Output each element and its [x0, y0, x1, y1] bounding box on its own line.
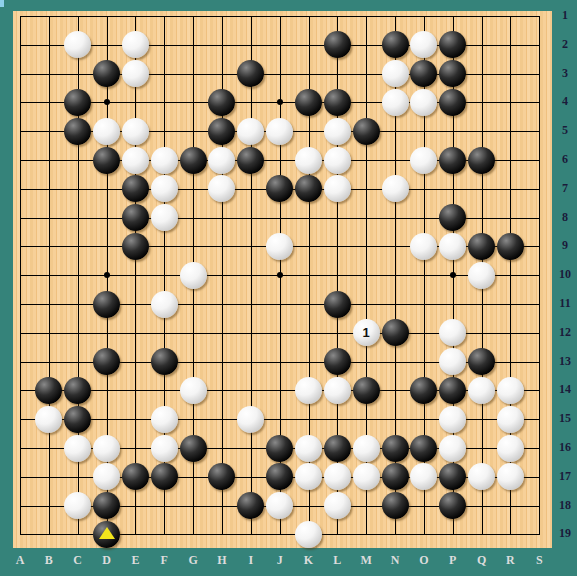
white-stone — [439, 406, 466, 433]
white-stone — [324, 463, 351, 490]
black-stone — [93, 147, 120, 174]
white-stone — [439, 348, 466, 375]
white-stone — [324, 147, 351, 174]
white-stone — [266, 118, 293, 145]
white-stone — [410, 233, 437, 260]
black-stone — [151, 463, 178, 490]
row-label-2: 2 — [553, 37, 577, 52]
column-label-B: B — [38, 553, 60, 568]
white-stone — [382, 175, 409, 202]
white-stone — [382, 89, 409, 116]
black-stone — [439, 60, 466, 87]
white-stone — [410, 463, 437, 490]
black-stone — [64, 406, 91, 433]
white-stone — [151, 175, 178, 202]
row-label-12: 12 — [553, 325, 577, 340]
black-stone — [237, 492, 264, 519]
black-stone — [497, 233, 524, 260]
column-label-C: C — [67, 553, 89, 568]
row-label-1: 1 — [553, 8, 577, 23]
black-stone — [64, 377, 91, 404]
row-label-16: 16 — [553, 440, 577, 455]
white-stone — [122, 118, 149, 145]
black-stone — [93, 492, 120, 519]
row-label-8: 8 — [553, 210, 577, 225]
column-label-N: N — [384, 553, 406, 568]
white-stone — [410, 89, 437, 116]
column-label-M: M — [355, 553, 377, 568]
row-label-9: 9 — [553, 238, 577, 253]
white-stone — [151, 435, 178, 462]
white-stone — [180, 377, 207, 404]
board-gridline-vertical — [539, 16, 540, 535]
move-number-label: 1 — [353, 319, 380, 346]
star-point — [104, 272, 110, 278]
black-stone — [439, 377, 466, 404]
white-stone — [497, 435, 524, 462]
black-stone — [324, 31, 351, 58]
black-stone — [295, 175, 322, 202]
black-stone — [180, 147, 207, 174]
black-stone — [35, 377, 62, 404]
white-stone — [468, 463, 495, 490]
black-stone — [439, 147, 466, 174]
white-stone — [237, 406, 264, 433]
black-stone — [64, 118, 91, 145]
white-stone — [353, 463, 380, 490]
black-stone — [439, 204, 466, 231]
white-stone — [151, 204, 178, 231]
triangle-marker-icon — [99, 527, 115, 539]
row-label-17: 17 — [553, 469, 577, 484]
black-stone — [468, 348, 495, 375]
black-stone — [151, 348, 178, 375]
white-stone — [295, 463, 322, 490]
row-label-18: 18 — [553, 498, 577, 513]
black-stone — [122, 463, 149, 490]
black-stone — [353, 118, 380, 145]
black-stone — [324, 291, 351, 318]
black-stone — [324, 89, 351, 116]
white-stone — [64, 435, 91, 462]
white-stone — [353, 435, 380, 462]
black-stone — [439, 89, 466, 116]
column-label-R: R — [499, 553, 521, 568]
column-label-D: D — [96, 553, 118, 568]
row-label-15: 15 — [553, 411, 577, 426]
black-stone — [382, 319, 409, 346]
column-label-F: F — [153, 553, 175, 568]
black-stone — [122, 175, 149, 202]
white-stone — [122, 31, 149, 58]
white-stone — [439, 319, 466, 346]
black-stone — [353, 377, 380, 404]
white-stone — [180, 262, 207, 289]
row-label-5: 5 — [553, 123, 577, 138]
black-stone — [93, 348, 120, 375]
white-stone — [295, 147, 322, 174]
star-point — [450, 272, 456, 278]
row-label-6: 6 — [553, 152, 577, 167]
row-label-11: 11 — [553, 296, 577, 311]
row-label-19: 19 — [553, 526, 577, 541]
white-stone — [93, 463, 120, 490]
white-stone — [122, 60, 149, 87]
column-label-G: G — [182, 553, 204, 568]
white-stone — [295, 377, 322, 404]
black-stone — [266, 175, 293, 202]
column-label-L: L — [326, 553, 348, 568]
white-stone — [151, 147, 178, 174]
black-stone — [208, 463, 235, 490]
white-stone — [35, 406, 62, 433]
row-label-10: 10 — [553, 267, 577, 282]
white-stone — [382, 60, 409, 87]
star-point — [104, 99, 110, 105]
black-stone — [180, 435, 207, 462]
white-stone — [64, 31, 91, 58]
white-stone — [151, 291, 178, 318]
go-board[interactable]: 1 — [13, 11, 552, 548]
black-stone — [237, 147, 264, 174]
black-stone — [295, 89, 322, 116]
white-stone — [295, 521, 322, 548]
row-label-3: 3 — [553, 66, 577, 81]
black-stone — [266, 463, 293, 490]
white-stone — [151, 406, 178, 433]
white-stone — [324, 175, 351, 202]
go-app-window: 1 ABCDEFGHIJKLMNOPQRS1234567891011121314… — [0, 0, 577, 576]
black-stone — [266, 435, 293, 462]
black-stone — [122, 233, 149, 260]
black-stone — [324, 435, 351, 462]
row-label-14: 14 — [553, 382, 577, 397]
white-stone — [497, 406, 524, 433]
black-stone — [208, 89, 235, 116]
black-stone — [208, 118, 235, 145]
white-stone — [266, 233, 293, 260]
black-stone — [93, 291, 120, 318]
black-stone — [439, 31, 466, 58]
column-label-J: J — [269, 553, 291, 568]
white-stone — [93, 118, 120, 145]
column-label-E: E — [124, 553, 146, 568]
white-stone — [468, 377, 495, 404]
white-stone — [208, 175, 235, 202]
column-label-P: P — [442, 553, 464, 568]
black-stone — [439, 492, 466, 519]
white-stone — [497, 377, 524, 404]
black-stone — [382, 463, 409, 490]
black-stone — [64, 89, 91, 116]
white-stone — [237, 118, 264, 145]
white-stone — [324, 118, 351, 145]
column-label-I: I — [240, 553, 262, 568]
black-stone — [382, 492, 409, 519]
black-stone — [468, 233, 495, 260]
column-label-A: A — [9, 553, 31, 568]
star-point — [277, 99, 283, 105]
black-stone — [410, 377, 437, 404]
black-stone — [468, 147, 495, 174]
white-stone — [468, 262, 495, 289]
white-stone — [410, 147, 437, 174]
row-label-7: 7 — [553, 181, 577, 196]
white-stone — [64, 492, 91, 519]
column-label-H: H — [211, 553, 233, 568]
white-stone — [324, 377, 351, 404]
black-stone — [122, 204, 149, 231]
black-stone — [410, 60, 437, 87]
column-label-Q: Q — [471, 553, 493, 568]
row-label-13: 13 — [553, 354, 577, 369]
white-stone — [295, 435, 322, 462]
star-point — [277, 272, 283, 278]
column-label-S: S — [528, 553, 550, 568]
black-stone — [439, 463, 466, 490]
white-stone — [208, 147, 235, 174]
white-stone — [266, 492, 293, 519]
black-stone — [93, 60, 120, 87]
black-stone — [382, 31, 409, 58]
white-stone — [93, 435, 120, 462]
black-stone — [382, 435, 409, 462]
black-stone — [237, 60, 264, 87]
screen-corner-artifact — [0, 0, 4, 7]
row-label-4: 4 — [553, 94, 577, 109]
column-label-O: O — [413, 553, 435, 568]
black-stone — [324, 348, 351, 375]
white-stone — [439, 233, 466, 260]
white-stone — [439, 435, 466, 462]
black-stone — [410, 435, 437, 462]
white-stone — [410, 31, 437, 58]
white-stone — [497, 463, 524, 490]
white-stone — [324, 492, 351, 519]
white-stone — [122, 147, 149, 174]
column-label-K: K — [298, 553, 320, 568]
